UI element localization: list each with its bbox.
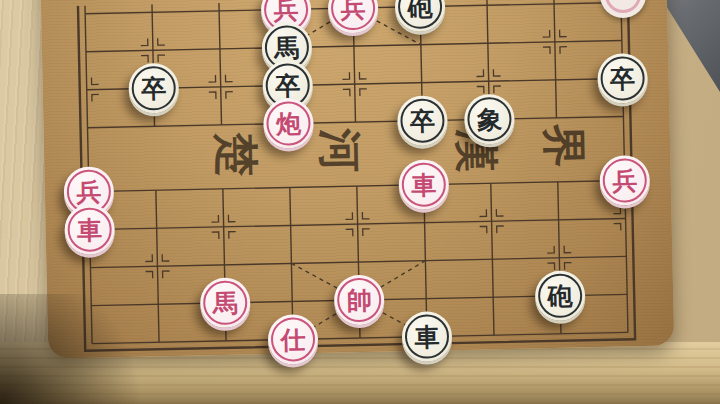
piece-glyph: 卒 xyxy=(610,66,636,92)
piece-rim: 象 xyxy=(467,97,512,142)
piece-rim: 車 xyxy=(405,314,450,359)
board-wrapper: 楚 河 漢 界 兵兵砲馬卒卒卒炮卒象兵車兵車馬帥砲仕車 xyxy=(0,0,720,404)
piece-glyph: 車 xyxy=(414,324,440,350)
piece-glyph: 卒 xyxy=(275,73,301,99)
piece-rim: 卒 xyxy=(600,56,645,101)
piece-glyph: 仕 xyxy=(280,327,306,353)
river-char: 河 xyxy=(314,124,367,177)
piece-glyph: 炮 xyxy=(276,111,302,137)
photo-scene: 楚 河 漢 界 兵兵砲馬卒卒卒炮卒象兵車兵車馬帥砲仕車 xyxy=(0,0,720,404)
piece-rim: 砲 xyxy=(538,273,583,318)
river-char: 界 xyxy=(537,119,590,172)
piece-glyph: 帥 xyxy=(346,287,372,313)
piece-glyph: 馬 xyxy=(274,35,300,61)
piece-rim: 帥 xyxy=(337,278,382,323)
piece-glyph: 卒 xyxy=(410,108,436,134)
piece-black-chariot[interactable]: 車 xyxy=(401,311,452,362)
piece-rim: 兵 xyxy=(331,0,376,31)
piece-rim: 砲 xyxy=(398,0,443,29)
piece-glyph: 兵 xyxy=(273,0,299,22)
piece-red-advisor[interactable]: 仕 xyxy=(267,314,318,365)
piece-glyph: 兵 xyxy=(612,168,638,194)
piece-glyph: 象 xyxy=(477,107,503,133)
piece-rim: 車 xyxy=(401,162,446,207)
piece-glyph: 兵 xyxy=(76,179,102,205)
piece-glyph: 車 xyxy=(77,217,103,243)
piece-glyph: 車 xyxy=(411,172,437,198)
piece-rim: 卒 xyxy=(131,66,176,111)
piece-rim: 卒 xyxy=(400,98,445,143)
piece-glyph: 兵 xyxy=(340,0,366,21)
piece-glyph: 砲 xyxy=(547,283,573,309)
piece-glyph: 卒 xyxy=(141,76,167,102)
piece-rim: 車 xyxy=(67,207,112,252)
piece-rim: 仕 xyxy=(271,317,316,362)
piece-glyph: 砲 xyxy=(407,0,433,19)
river-char: 楚 xyxy=(210,128,263,181)
piece-rim: 兵 xyxy=(602,158,647,203)
piece-glyph: 馬 xyxy=(212,290,238,316)
piece-rim: 炮 xyxy=(266,101,311,146)
piece-rim: 馬 xyxy=(203,280,248,325)
